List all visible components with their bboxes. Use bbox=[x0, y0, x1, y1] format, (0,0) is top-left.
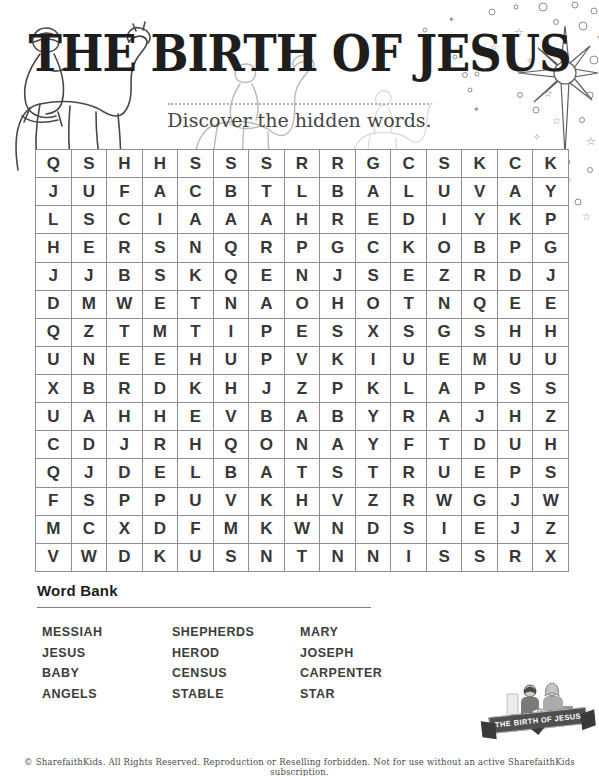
grid-cell-r14c13[interactable]: E bbox=[462, 516, 497, 543]
grid-cell-r9c13[interactable]: P bbox=[462, 375, 497, 402]
badge-label: THE BIRTH OF JESUS bbox=[495, 712, 582, 730]
grid-cell-r5c12[interactable]: Z bbox=[427, 263, 462, 290]
word-bank-list: MESSIAHJESUSBABYANGELSSHEPHERDSHERODCENS… bbox=[37, 622, 377, 705]
grid-cell-r6c8[interactable]: O bbox=[285, 291, 320, 318]
grid-cell-r14c2[interactable]: C bbox=[72, 516, 107, 543]
grid-cell-r12c8[interactable]: T bbox=[285, 459, 320, 486]
grid-cell-r7c14[interactable]: H bbox=[498, 319, 533, 346]
grid-cell-r1c2[interactable]: S bbox=[72, 150, 107, 177]
grid-cell-r8c8[interactable]: V bbox=[285, 347, 320, 374]
grid-cell-r1c13[interactable]: K bbox=[462, 150, 497, 177]
grid-cell-r6c2[interactable]: M bbox=[72, 291, 107, 318]
grid-cell-r12c12[interactable]: U bbox=[427, 459, 462, 486]
grid-cell-r6c1[interactable]: D bbox=[36, 291, 71, 318]
grid-cell-r14c12[interactable]: I bbox=[427, 516, 462, 543]
grid-cell-r2c4[interactable]: A bbox=[143, 178, 178, 205]
grid-cell-r1c1[interactable]: Q bbox=[36, 150, 71, 177]
grid-cell-r3c13[interactable]: Y bbox=[462, 206, 497, 233]
grid-cell-r2c10[interactable]: A bbox=[356, 178, 391, 205]
grid-cell-r13c12[interactable]: W bbox=[427, 488, 462, 515]
grid-cell-r6c14[interactable]: E bbox=[498, 291, 533, 318]
grid-cell-r6c11[interactable]: T bbox=[391, 291, 426, 318]
grid-cell-r12c13[interactable]: E bbox=[462, 459, 497, 486]
grid-cell-r9c14[interactable]: S bbox=[498, 375, 533, 402]
nativity-badge: THE BIRTH OF JESUS bbox=[487, 682, 593, 758]
grid-cell-r3c2[interactable]: S bbox=[72, 206, 107, 233]
grid-cell-r9c12[interactable]: A bbox=[427, 375, 462, 402]
grid-cell-r9c4[interactable]: D bbox=[143, 375, 178, 402]
grid-cell-r5c11[interactable]: E bbox=[391, 263, 426, 290]
grid-cell-r12c11[interactable]: R bbox=[391, 459, 426, 486]
grid-cell-r4c8[interactable]: P bbox=[285, 234, 320, 261]
grid-cell-r15c12[interactable]: S bbox=[427, 544, 462, 571]
grid-cell-r12c1[interactable]: Q bbox=[36, 459, 71, 486]
grid-cell-r9c9[interactable]: P bbox=[320, 375, 355, 402]
word-bank-item-carpenter: CARPENTER bbox=[300, 663, 382, 684]
grid-cell-r6c7[interactable]: A bbox=[249, 291, 284, 318]
grid-cell-r6c12[interactable]: N bbox=[427, 291, 462, 318]
grid-cell-r7c6[interactable]: I bbox=[214, 319, 249, 346]
word-bank-heading: Word Bank bbox=[37, 582, 377, 599]
grid-cell-r1c10[interactable]: G bbox=[356, 150, 391, 177]
grid-cell-r13c14[interactable]: J bbox=[498, 488, 533, 515]
grid-cell-r15c13[interactable]: S bbox=[462, 544, 497, 571]
word-bank-column: SHEPHERDSHERODCENSUSSTABLE bbox=[172, 622, 300, 705]
grid-cell-r14c6[interactable]: M bbox=[214, 516, 249, 543]
grid-cell-r3c12[interactable]: I bbox=[427, 206, 462, 233]
grid-cell-r8c7[interactable]: P bbox=[249, 347, 284, 374]
grid-cell-r10c2[interactable]: A bbox=[72, 403, 107, 430]
grid-cell-r5c13[interactable]: R bbox=[462, 263, 497, 290]
grid-cell-r14c8[interactable]: W bbox=[285, 516, 320, 543]
grid-cell-r15c11[interactable]: I bbox=[391, 544, 426, 571]
grid-cell-r2c15[interactable]: Y bbox=[533, 178, 568, 205]
grid-cell-r11c7[interactable]: O bbox=[249, 431, 284, 458]
grid-cell-r3c1[interactable]: L bbox=[36, 206, 71, 233]
grid-cell-r1c11[interactable]: C bbox=[391, 150, 426, 177]
grid-cell-r11c13[interactable]: D bbox=[462, 431, 497, 458]
grid-cell-r1c5[interactable]: S bbox=[178, 150, 213, 177]
grid-cell-r7c2[interactable]: Z bbox=[72, 319, 107, 346]
grid-cell-r15c14[interactable]: R bbox=[498, 544, 533, 571]
grid-cell-r14c3[interactable]: X bbox=[107, 516, 142, 543]
grid-cell-r13c11[interactable]: R bbox=[391, 488, 426, 515]
grid-cell-r4c13[interactable]: B bbox=[462, 234, 497, 261]
grid-cell-r8c10[interactable]: I bbox=[356, 347, 391, 374]
grid-cell-r12c6[interactable]: B bbox=[214, 459, 249, 486]
grid-cell-r6c6[interactable]: N bbox=[214, 291, 249, 318]
grid-cell-r13c7[interactable]: K bbox=[249, 488, 284, 515]
grid-cell-r14c15[interactable]: Z bbox=[533, 516, 568, 543]
word-bank-item-joseph: JOSEPH bbox=[300, 643, 382, 664]
grid-cell-r9c8[interactable]: Z bbox=[285, 375, 320, 402]
grid-cell-r4c12[interactable]: O bbox=[427, 234, 462, 261]
grid-cell-r6c3[interactable]: W bbox=[107, 291, 142, 318]
grid-cell-r5c15[interactable]: J bbox=[533, 263, 568, 290]
grid-cell-r5c3[interactable]: B bbox=[107, 263, 142, 290]
grid-cell-r10c4[interactable]: H bbox=[143, 403, 178, 430]
grid-cell-r10c12[interactable]: A bbox=[427, 403, 462, 430]
word-bank-item-baby: BABY bbox=[42, 663, 172, 684]
grid-cell-r8c3[interactable]: E bbox=[107, 347, 142, 374]
grid-cell-r2c13[interactable]: V bbox=[462, 178, 497, 205]
word-bank-item-herod: HEROD bbox=[172, 643, 300, 664]
grid-cell-r12c5[interactable]: L bbox=[178, 459, 213, 486]
grid-cell-r15c8[interactable]: T bbox=[285, 544, 320, 571]
grid-cell-r1c8[interactable]: R bbox=[285, 150, 320, 177]
grid-cell-r2c12[interactable]: U bbox=[427, 178, 462, 205]
grid-cell-r13c13[interactable]: G bbox=[462, 488, 497, 515]
grid-cell-r12c10[interactable]: T bbox=[356, 459, 391, 486]
grid-cell-r7c4[interactable]: M bbox=[143, 319, 178, 346]
grid-cell-r4c9[interactable]: G bbox=[320, 234, 355, 261]
grid-cell-r10c8[interactable]: A bbox=[285, 403, 320, 430]
grid-cell-r5c9[interactable]: J bbox=[320, 263, 355, 290]
grid-cell-r9c2[interactable]: B bbox=[72, 375, 107, 402]
grid-cell-r7c11[interactable]: S bbox=[391, 319, 426, 346]
grid-cell-r4c2[interactable]: E bbox=[72, 234, 107, 261]
grid-cell-r6c9[interactable]: H bbox=[320, 291, 355, 318]
grid-cell-r13c4[interactable]: P bbox=[143, 488, 178, 515]
grid-cell-r15c10[interactable]: N bbox=[356, 544, 391, 571]
grid-cell-r8c1[interactable]: U bbox=[36, 347, 71, 374]
grid-cell-r1c7[interactable]: S bbox=[249, 150, 284, 177]
grid-cell-r12c7[interactable]: A bbox=[249, 459, 284, 486]
grid-cell-r5c7[interactable]: E bbox=[249, 263, 284, 290]
grid-cell-r15c9[interactable]: N bbox=[320, 544, 355, 571]
word-bank-item-mary: MARY bbox=[300, 622, 382, 643]
grid-cell-r10c9[interactable]: B bbox=[320, 403, 355, 430]
grid-cell-r7c13[interactable]: S bbox=[462, 319, 497, 346]
grid-cell-r7c9[interactable]: S bbox=[320, 319, 355, 346]
grid-cell-r11c3[interactable]: J bbox=[107, 431, 142, 458]
grid-cell-r11c8[interactable]: N bbox=[285, 431, 320, 458]
word-bank-item-census: CENSUS bbox=[172, 663, 300, 684]
grid-cell-r4c6[interactable]: Q bbox=[214, 234, 249, 261]
grid-cell-r10c1[interactable]: U bbox=[36, 403, 71, 430]
word-bank-item-messiah: MESSIAH bbox=[42, 622, 172, 643]
grid-cell-r9c10[interactable]: K bbox=[356, 375, 391, 402]
grid-cell-r15c1[interactable]: V bbox=[36, 544, 71, 571]
word-bank-rule bbox=[37, 607, 371, 608]
grid-cell-r5c14[interactable]: D bbox=[498, 263, 533, 290]
grid-cell-r11c2[interactable]: D bbox=[72, 431, 107, 458]
grid-cell-r3c6[interactable]: A bbox=[214, 206, 249, 233]
grid-cell-r2c7[interactable]: T bbox=[249, 178, 284, 205]
grid-cell-r2c8[interactable]: L bbox=[285, 178, 320, 205]
grid-cell-r1c15[interactable]: K bbox=[533, 150, 568, 177]
grid-cell-r3c9[interactable]: R bbox=[320, 206, 355, 233]
grid-cell-r12c2[interactable]: J bbox=[72, 459, 107, 486]
grid-cell-r15c7[interactable]: N bbox=[249, 544, 284, 571]
grid-cell-r2c11[interactable]: L bbox=[391, 178, 426, 205]
grid-cell-r4c1[interactable]: H bbox=[36, 234, 71, 261]
grid-cell-r15c15[interactable]: X bbox=[533, 544, 568, 571]
grid-cell-r11c11[interactable]: F bbox=[391, 431, 426, 458]
word-bank-column: MARYJOSEPHCARPENTERSTAR bbox=[300, 622, 382, 705]
grid-cell-r7c1[interactable]: Q bbox=[36, 319, 71, 346]
grid-cell-r10c7[interactable]: B bbox=[249, 403, 284, 430]
grid-cell-r13c3[interactable]: P bbox=[107, 488, 142, 515]
svg-text:✦: ✦ bbox=[448, 15, 455, 24]
subtitle: Discover the hidden words. bbox=[0, 109, 599, 131]
grid-cell-r1c9[interactable]: R bbox=[320, 150, 355, 177]
grid-cell-r7c5[interactable]: T bbox=[178, 319, 213, 346]
grid-cell-r3c11[interactable]: D bbox=[391, 206, 426, 233]
grid-cell-r6c10[interactable]: O bbox=[356, 291, 391, 318]
grid-cell-r2c2[interactable]: U bbox=[72, 178, 107, 205]
worksheet-page: ☆ ☆ ✧ ☆ ☆ ✧ ☆ ☆ ☆ ✦ ✦ ✦ THE BIRTH OF JES… bbox=[0, 0, 599, 776]
grid-cell-r9c1[interactable]: X bbox=[36, 375, 71, 402]
grid-cell-r7c7[interactable]: P bbox=[249, 319, 284, 346]
grid-cell-r9c15[interactable]: S bbox=[533, 375, 568, 402]
grid-cell-r3c3[interactable]: C bbox=[107, 206, 142, 233]
grid-cell-r7c3[interactable]: T bbox=[107, 319, 142, 346]
word-bank-item-jesus: JESUS bbox=[42, 643, 172, 664]
grid-cell-r9c3[interactable]: R bbox=[107, 375, 142, 402]
grid-cell-r5c2[interactable]: J bbox=[72, 263, 107, 290]
grid-cell-r2c6[interactable]: B bbox=[214, 178, 249, 205]
grid-cell-r2c3[interactable]: F bbox=[107, 178, 142, 205]
grid-cell-r7c8[interactable]: E bbox=[285, 319, 320, 346]
grid-cell-r4c11[interactable]: K bbox=[391, 234, 426, 261]
grid-cell-r13c6[interactable]: V bbox=[214, 488, 249, 515]
grid-cell-r6c5[interactable]: T bbox=[178, 291, 213, 318]
grid-cell-r5c10[interactable]: S bbox=[356, 263, 391, 290]
grid-cell-r11c6[interactable]: Q bbox=[214, 431, 249, 458]
grid-cell-r10c3[interactable]: H bbox=[107, 403, 142, 430]
grid-cell-r4c3[interactable]: R bbox=[107, 234, 142, 261]
grid-cell-r13c1[interactable]: F bbox=[36, 488, 71, 515]
grid-cell-r8c5[interactable]: H bbox=[178, 347, 213, 374]
word-bank-item-angels: ANGELS bbox=[42, 684, 172, 705]
grid-cell-r7c10[interactable]: X bbox=[356, 319, 391, 346]
grid-cell-r12c4[interactable]: E bbox=[143, 459, 178, 486]
grid-cell-r7c15[interactable]: H bbox=[533, 319, 568, 346]
page-title: THE BIRTH OF JESUS bbox=[0, 24, 599, 83]
grid-cell-r11c5[interactable]: H bbox=[178, 431, 213, 458]
grid-cell-r2c9[interactable]: B bbox=[320, 178, 355, 205]
grid-cell-r3c5[interactable]: A bbox=[178, 206, 213, 233]
grid-cell-r10c11[interactable]: R bbox=[391, 403, 426, 430]
grid-cell-r14c11[interactable]: S bbox=[391, 516, 426, 543]
grid-cell-r14c14[interactable]: J bbox=[498, 516, 533, 543]
grid-cell-r8c2[interactable]: N bbox=[72, 347, 107, 374]
grid-cell-r4c14[interactable]: P bbox=[498, 234, 533, 261]
grid-cell-r2c5[interactable]: C bbox=[178, 178, 213, 205]
grid-cell-r4c5[interactable]: N bbox=[178, 234, 213, 261]
grid-cell-r8c14[interactable]: U bbox=[498, 347, 533, 374]
grid-cell-r11c10[interactable]: Y bbox=[356, 431, 391, 458]
word-bank-column: MESSIAHJESUSBABYANGELS bbox=[42, 622, 172, 705]
grid-cell-r5c6[interactable]: Q bbox=[214, 263, 249, 290]
grid-cell-r15c5[interactable]: U bbox=[178, 544, 213, 571]
grid-cell-r3c15[interactable]: P bbox=[533, 206, 568, 233]
grid-cell-r4c7[interactable]: R bbox=[249, 234, 284, 261]
grid-cell-r8c6[interactable]: U bbox=[214, 347, 249, 374]
grid-cell-r11c4[interactable]: R bbox=[143, 431, 178, 458]
grid-cell-r11c1[interactable]: C bbox=[36, 431, 71, 458]
grid-cell-r10c6[interactable]: V bbox=[214, 403, 249, 430]
svg-text:☆: ☆ bbox=[543, 87, 553, 100]
grid-cell-r5c4[interactable]: S bbox=[143, 263, 178, 290]
grid-cell-r2c1[interactable]: J bbox=[36, 178, 71, 205]
grid-cell-r13c2[interactable]: S bbox=[72, 488, 107, 515]
grid-cell-r2c14[interactable]: A bbox=[498, 178, 533, 205]
word-bank: Word Bank MESSIAHJESUSBABYANGELSSHEPHERD… bbox=[37, 582, 377, 705]
svg-text:✧: ✧ bbox=[533, 132, 541, 142]
grid-cell-r9c5[interactable]: K bbox=[178, 375, 213, 402]
grid-cell-r8c12[interactable]: E bbox=[427, 347, 462, 374]
grid-cell-r3c14[interactable]: K bbox=[498, 206, 533, 233]
grid-cell-r12c9[interactable]: S bbox=[320, 459, 355, 486]
word-bank-item-star: STAR bbox=[300, 684, 382, 705]
grid-cell-r12c3[interactable]: D bbox=[107, 459, 142, 486]
grid-cell-r12c15[interactable]: S bbox=[533, 459, 568, 486]
grid-cell-r13c10[interactable]: Z bbox=[356, 488, 391, 515]
grid-cell-r15c2[interactable]: W bbox=[72, 544, 107, 571]
grid-cell-r15c3[interactable]: D bbox=[107, 544, 142, 571]
grid-cell-r1c6[interactable]: S bbox=[214, 150, 249, 177]
grid-cell-r11c15[interactable]: H bbox=[533, 431, 568, 458]
grid-cell-r13c9[interactable]: V bbox=[320, 488, 355, 515]
grid-cell-r13c8[interactable]: H bbox=[285, 488, 320, 515]
grid-cell-r14c1[interactable]: M bbox=[36, 516, 71, 543]
word-search-grid: QSHHSSSRRGCSKCKJUFACBTLBALUVAYLSCIAAAHRE… bbox=[35, 149, 569, 572]
grid-cell-r12c14[interactable]: P bbox=[498, 459, 533, 486]
grid-cell-r5c5[interactable]: K bbox=[178, 263, 213, 290]
grid-cell-r8c9[interactable]: K bbox=[320, 347, 355, 374]
grid-cell-r14c7[interactable]: K bbox=[249, 516, 284, 543]
grid-cell-r9c7[interactable]: J bbox=[249, 375, 284, 402]
grid-cell-r11c12[interactable]: T bbox=[427, 431, 462, 458]
grid-cell-r3c4[interactable]: I bbox=[143, 206, 178, 233]
grid-cell-r8c15[interactable]: U bbox=[533, 347, 568, 374]
grid-cell-r10c10[interactable]: Y bbox=[356, 403, 391, 430]
word-bank-item-shepherds: SHEPHERDS bbox=[172, 622, 300, 643]
grid-cell-r10c14[interactable]: H bbox=[498, 403, 533, 430]
grid-cell-r4c4[interactable]: S bbox=[143, 234, 178, 261]
grid-cell-r8c11[interactable]: U bbox=[391, 347, 426, 374]
svg-text:☆: ☆ bbox=[586, 135, 596, 148]
grid-cell-r13c15[interactable]: W bbox=[533, 488, 568, 515]
grid-cell-r15c4[interactable]: K bbox=[143, 544, 178, 571]
grid-cell-r9c11[interactable]: L bbox=[391, 375, 426, 402]
copyright-footer: © SharefaithKids. All Rights Reserved. R… bbox=[0, 757, 599, 776]
grid-cell-r1c12[interactable]: S bbox=[427, 150, 462, 177]
grid-cell-r5c8[interactable]: N bbox=[285, 263, 320, 290]
grid-cell-r3c7[interactable]: A bbox=[249, 206, 284, 233]
grid-cell-r4c10[interactable]: C bbox=[356, 234, 391, 261]
grid-cell-r4c15[interactable]: G bbox=[533, 234, 568, 261]
grid-cell-r11c9[interactable]: A bbox=[320, 431, 355, 458]
grid-cell-r13c5[interactable]: U bbox=[178, 488, 213, 515]
grid-cell-r15c6[interactable]: S bbox=[214, 544, 249, 571]
grid-cell-r10c13[interactable]: J bbox=[462, 403, 497, 430]
grid-cell-r14c4[interactable]: D bbox=[143, 516, 178, 543]
grid-cell-r7c12[interactable]: G bbox=[427, 319, 462, 346]
grid-cell-r8c13[interactable]: M bbox=[462, 347, 497, 374]
grid-cell-r9c6[interactable]: H bbox=[214, 375, 249, 402]
grid-cell-r3c10[interactable]: E bbox=[356, 206, 391, 233]
grid-cell-r11c14[interactable]: U bbox=[498, 431, 533, 458]
divider bbox=[168, 103, 429, 105]
svg-text:☆: ☆ bbox=[582, 211, 591, 222]
grid-cell-r14c10[interactable]: D bbox=[356, 516, 391, 543]
grid-cell-r3c8[interactable]: H bbox=[285, 206, 320, 233]
grid-cell-r10c5[interactable]: E bbox=[178, 403, 213, 430]
grid-cell-r5c1[interactable]: J bbox=[36, 263, 71, 290]
word-bank-item-stable: STABLE bbox=[172, 684, 300, 705]
grid-cell-r1c4[interactable]: H bbox=[143, 150, 178, 177]
grid-cell-r6c13[interactable]: Q bbox=[462, 291, 497, 318]
badge-ribbon-tail bbox=[531, 727, 546, 735]
grid-cell-r10c15[interactable]: Z bbox=[533, 403, 568, 430]
grid-cell-r1c3[interactable]: H bbox=[107, 150, 142, 177]
grid-cell-r6c15[interactable]: E bbox=[533, 291, 568, 318]
grid-cell-r14c5[interactable]: F bbox=[178, 516, 213, 543]
grid-cell-r14c9[interactable]: N bbox=[320, 516, 355, 543]
grid-cell-r1c14[interactable]: C bbox=[498, 150, 533, 177]
grid-cell-r8c4[interactable]: E bbox=[143, 347, 178, 374]
grid-cell-r6c4[interactable]: E bbox=[143, 291, 178, 318]
